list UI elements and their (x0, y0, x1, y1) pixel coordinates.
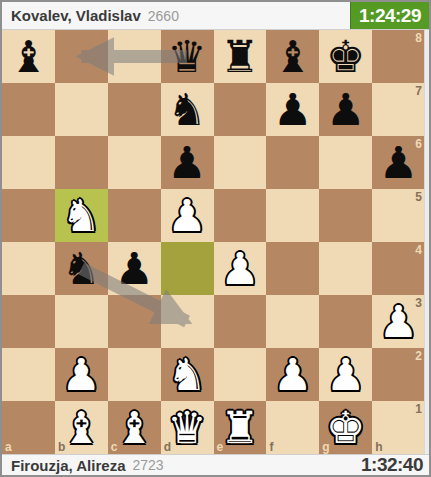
rank-label-7: 7 (415, 85, 422, 97)
piece-black-pawn[interactable]: ♟ (108, 242, 161, 295)
file-label-f: f (269, 441, 273, 453)
piece-white-bishop[interactable]: ♝ (55, 401, 108, 454)
square-h7[interactable]: 7 (372, 83, 425, 136)
square-a1[interactable]: a (2, 401, 55, 454)
square-a5[interactable] (2, 189, 55, 242)
square-g2[interactable]: ♟ (319, 348, 372, 401)
square-c6[interactable] (108, 136, 161, 189)
square-h2[interactable]: 2 (372, 348, 425, 401)
square-c5[interactable] (108, 189, 161, 242)
piece-white-pawn[interactable]: ♟ (266, 348, 319, 401)
square-g7[interactable]: ♟ (319, 83, 372, 136)
square-f8[interactable]: ♝ (266, 30, 319, 83)
top-player-clock: 1:24:29 (350, 2, 429, 29)
square-c3[interactable] (108, 295, 161, 348)
square-c4[interactable]: ♟ (108, 242, 161, 295)
square-e3[interactable] (214, 295, 267, 348)
file-label-a: a (5, 441, 12, 453)
square-e6[interactable] (214, 136, 267, 189)
square-f1[interactable]: f (266, 401, 319, 454)
square-h8[interactable]: 8 (372, 30, 425, 83)
square-f2[interactable]: ♟ (266, 348, 319, 401)
piece-black-knight[interactable]: ♞ (161, 83, 214, 136)
piece-black-knight[interactable]: ♞ (55, 242, 108, 295)
file-label-h: h (375, 441, 382, 453)
piece-white-pawn[interactable]: ♟ (55, 348, 108, 401)
square-b8[interactable] (55, 30, 108, 83)
square-f4[interactable] (266, 242, 319, 295)
square-e7[interactable] (214, 83, 267, 136)
piece-white-knight[interactable]: ♞ (55, 189, 108, 242)
square-g1[interactable]: ♚g (319, 401, 372, 454)
rank-label-4: 4 (415, 244, 422, 256)
square-f5[interactable] (266, 189, 319, 242)
square-d5[interactable]: ♟ (161, 189, 214, 242)
square-d7[interactable]: ♞ (161, 83, 214, 136)
square-e8[interactable]: ♜ (214, 30, 267, 83)
square-h6[interactable]: ♟6 (372, 136, 425, 189)
square-e5[interactable] (214, 189, 267, 242)
square-e1[interactable]: ♜e (214, 401, 267, 454)
square-g5[interactable] (319, 189, 372, 242)
square-a3[interactable] (2, 295, 55, 348)
piece-black-bishop[interactable]: ♝ (2, 30, 55, 83)
square-f3[interactable] (266, 295, 319, 348)
top-player-name: Kovalev, Vladislav (11, 7, 141, 24)
square-g8[interactable]: ♚ (319, 30, 372, 83)
square-a6[interactable] (2, 136, 55, 189)
square-b1[interactable]: ♝b (55, 401, 108, 454)
square-g6[interactable] (319, 136, 372, 189)
square-h3[interactable]: ♟3 (372, 295, 425, 348)
bottom-player-bar: Firouzja, Alireza 2723 1:32:40 (2, 454, 429, 475)
bottom-player-rating: 2723 (132, 457, 163, 473)
square-b3[interactable] (55, 295, 108, 348)
square-b4[interactable]: ♞ (55, 242, 108, 295)
square-d4[interactable] (161, 242, 214, 295)
square-d3[interactable] (161, 295, 214, 348)
piece-white-pawn[interactable]: ♟ (214, 242, 267, 295)
piece-white-pawn[interactable]: ♟ (319, 348, 372, 401)
board-area: ♝♛♜♝♚8♞♟♟7♟♟6♞♟5♞♟♟4♟3♟♞♟♟2a♝b♝c♛d♜ef♚g1… (2, 30, 429, 454)
square-g4[interactable] (319, 242, 372, 295)
square-b6[interactable] (55, 136, 108, 189)
rank-label-8: 8 (415, 32, 422, 44)
piece-black-pawn[interactable]: ♟ (161, 136, 214, 189)
square-f6[interactable] (266, 136, 319, 189)
rank-label-2: 2 (415, 350, 422, 362)
square-c7[interactable] (108, 83, 161, 136)
square-c2[interactable] (108, 348, 161, 401)
square-a4[interactable] (2, 242, 55, 295)
square-d1[interactable]: ♛d (161, 401, 214, 454)
piece-black-queen[interactable]: ♛ (161, 30, 214, 83)
piece-white-pawn[interactable]: ♟ (372, 295, 425, 348)
piece-white-king[interactable]: ♚ (319, 401, 372, 454)
square-a8[interactable]: ♝ (2, 30, 55, 83)
rank-label-1: 1 (415, 403, 422, 415)
square-h5[interactable]: 5 (372, 189, 425, 242)
square-e4[interactable]: ♟ (214, 242, 267, 295)
rank-label-5: 5 (415, 191, 422, 203)
square-a2[interactable] (2, 348, 55, 401)
bottom-player-clock: 1:32:40 (355, 454, 429, 475)
piece-white-bishop[interactable]: ♝ (108, 401, 161, 454)
piece-black-pawn[interactable]: ♟ (266, 83, 319, 136)
square-d6[interactable]: ♟ (161, 136, 214, 189)
square-f7[interactable]: ♟ (266, 83, 319, 136)
piece-white-queen[interactable]: ♛ (161, 401, 214, 454)
piece-black-rook[interactable]: ♜ (214, 30, 267, 83)
chess-board[interactable]: ♝♛♜♝♚8♞♟♟7♟♟6♞♟5♞♟♟4♟3♟♞♟♟2a♝b♝c♛d♜ef♚g1… (2, 30, 425, 454)
top-player-bar: Kovalev, Vladislav 2660 1:24:29 (2, 2, 429, 30)
square-d2[interactable]: ♞ (161, 348, 214, 401)
piece-black-pawn[interactable]: ♟ (372, 136, 425, 189)
square-d8[interactable]: ♛ (161, 30, 214, 83)
square-c1[interactable]: ♝c (108, 401, 161, 454)
piece-white-rook[interactable]: ♜ (214, 401, 267, 454)
square-h4[interactable]: 4 (372, 242, 425, 295)
square-a7[interactable] (2, 83, 55, 136)
top-player-rating: 2660 (148, 8, 179, 24)
square-b2[interactable]: ♟ (55, 348, 108, 401)
square-e2[interactable] (214, 348, 267, 401)
square-b5[interactable]: ♞ (55, 189, 108, 242)
piece-white-knight[interactable]: ♞ (161, 348, 214, 401)
chess-broadcast-window: Kovalev, Vladislav 2660 1:24:29 ♝♛♜♝♚8♞♟… (0, 0, 431, 477)
piece-white-pawn[interactable]: ♟ (161, 189, 214, 242)
piece-black-bishop[interactable]: ♝ (266, 30, 319, 83)
square-h1[interactable]: 1h (372, 401, 425, 454)
right-gutter (424, 30, 429, 454)
square-g3[interactable] (319, 295, 372, 348)
square-b7[interactable] (55, 83, 108, 136)
bottom-player-name: Firouzja, Alireza (11, 457, 125, 474)
piece-black-pawn[interactable]: ♟ (319, 83, 372, 136)
piece-black-king[interactable]: ♚ (319, 30, 372, 83)
square-c8[interactable] (108, 30, 161, 83)
